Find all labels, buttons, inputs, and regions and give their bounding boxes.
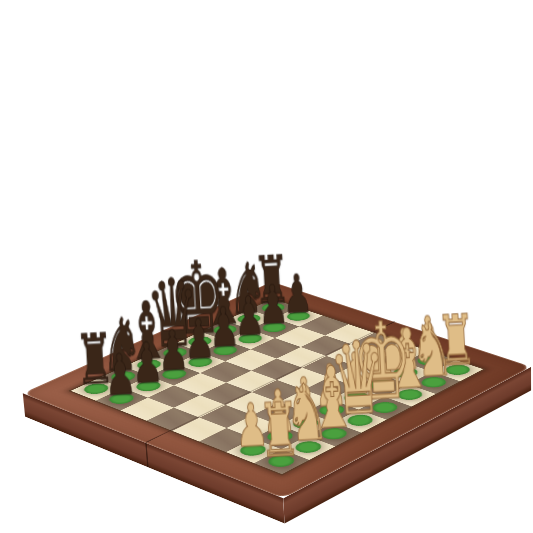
chess-board-frame: ♜♞♝♛♚♝♞♜♟♟♟♟♟♟♟♟♟♟♟♟♟♟♟♟♜♞♝♛♚♝♞♜ <box>23 282 531 499</box>
fold-seam-side <box>145 443 148 468</box>
black-pawn-glyph: ♟ <box>103 345 138 403</box>
white-rook-glyph: ♜ <box>257 391 302 467</box>
product-photo-chess-set: ♜♞♝♛♚♝♞♜♟♟♟♟♟♟♟♟♟♟♟♟♟♟♟♟♜♞♝♛♚♝♞♜ <box>0 0 533 533</box>
scene: ♜♞♝♛♚♝♞♜♟♟♟♟♟♟♟♟♟♟♟♟♟♟♟♟♜♞♝♛♚♝♞♜ <box>0 0 533 533</box>
